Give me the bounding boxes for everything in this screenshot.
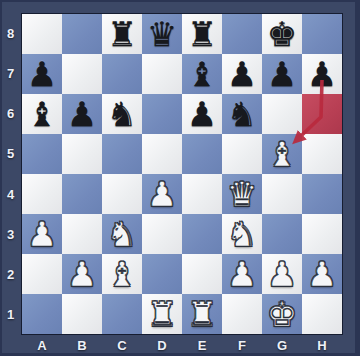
white-bishop[interactable]: ♝	[262, 134, 302, 174]
square-h7[interactable]: ♟	[302, 54, 342, 94]
square-g1[interactable]: ♚	[262, 294, 302, 334]
square-f7[interactable]: ♟	[222, 54, 262, 94]
black-pawn[interactable]: ♟	[262, 54, 302, 94]
square-a1[interactable]	[22, 294, 62, 334]
rank-label-5: 5	[0, 134, 21, 174]
square-b5[interactable]	[62, 134, 102, 174]
square-b8[interactable]	[62, 14, 102, 54]
square-g7[interactable]: ♟	[262, 54, 302, 94]
square-g4[interactable]	[262, 174, 302, 214]
white-knight[interactable]: ♞	[222, 214, 262, 254]
black-pawn[interactable]: ♟	[182, 94, 222, 134]
square-h8[interactable]	[302, 14, 342, 54]
square-h4[interactable]	[302, 174, 342, 214]
white-king[interactable]: ♚	[262, 294, 302, 334]
square-b2[interactable]: ♟	[62, 254, 102, 294]
square-c3[interactable]: ♞	[102, 214, 142, 254]
square-e6[interactable]: ♟	[182, 94, 222, 134]
square-g3[interactable]	[262, 214, 302, 254]
square-d3[interactable]	[142, 214, 182, 254]
square-d5[interactable]	[142, 134, 182, 174]
square-a6[interactable]: ♝	[22, 94, 62, 134]
square-a8[interactable]	[22, 14, 62, 54]
square-b4[interactable]	[62, 174, 102, 214]
black-rook[interactable]: ♜	[182, 14, 222, 54]
chess-board-app: 87654321 ABCDEFGH ♜♛♜♚♟♝♟♟♟♝♟♞♟♞♝♟♛♟♞♞♟♝…	[0, 0, 360, 356]
square-a2[interactable]	[22, 254, 62, 294]
square-b7[interactable]	[62, 54, 102, 94]
black-bishop[interactable]: ♝	[182, 54, 222, 94]
square-f4[interactable]: ♛	[222, 174, 262, 214]
square-e1[interactable]: ♜	[182, 294, 222, 334]
file-labels: ABCDEFGH	[22, 335, 342, 355]
black-bishop[interactable]: ♝	[22, 94, 62, 134]
file-label-a: A	[22, 335, 62, 355]
square-d8[interactable]: ♛	[142, 14, 182, 54]
square-b6[interactable]: ♟	[62, 94, 102, 134]
square-a3[interactable]: ♟	[22, 214, 62, 254]
white-pawn[interactable]: ♟	[142, 174, 182, 214]
black-pawn[interactable]: ♟	[302, 54, 342, 94]
square-f6[interactable]: ♞	[222, 94, 262, 134]
square-e4[interactable]	[182, 174, 222, 214]
file-label-f: F	[222, 335, 262, 355]
square-e2[interactable]	[182, 254, 222, 294]
square-c2[interactable]: ♝	[102, 254, 142, 294]
file-label-e: E	[182, 335, 222, 355]
black-rook[interactable]: ♜	[102, 14, 142, 54]
frame-edge-right	[355, 0, 360, 356]
square-a7[interactable]: ♟	[22, 54, 62, 94]
white-rook[interactable]: ♜	[142, 294, 182, 334]
square-a4[interactable]	[22, 174, 62, 214]
square-e8[interactable]: ♜	[182, 14, 222, 54]
black-pawn[interactable]: ♟	[222, 54, 262, 94]
square-c4[interactable]	[102, 174, 142, 214]
white-pawn[interactable]: ♟	[222, 254, 262, 294]
rank-label-4: 4	[0, 174, 21, 214]
square-c6[interactable]: ♞	[102, 94, 142, 134]
square-f2[interactable]: ♟	[222, 254, 262, 294]
square-f1[interactable]	[222, 294, 262, 334]
black-pawn[interactable]: ♟	[22, 54, 62, 94]
white-pawn[interactable]: ♟	[302, 254, 342, 294]
square-h5[interactable]	[302, 134, 342, 174]
black-knight[interactable]: ♞	[222, 94, 262, 134]
black-knight[interactable]: ♞	[102, 94, 142, 134]
square-g6[interactable]	[262, 94, 302, 134]
square-c1[interactable]	[102, 294, 142, 334]
white-knight[interactable]: ♞	[102, 214, 142, 254]
chess-board: ♜♛♜♚♟♝♟♟♟♝♟♞♟♞♝♟♛♟♞♞♟♝♟♟♟♜♜♚	[22, 14, 342, 334]
rank-labels: 87654321	[0, 13, 21, 335]
white-pawn[interactable]: ♟	[62, 254, 102, 294]
square-c8[interactable]: ♜	[102, 14, 142, 54]
white-queen[interactable]: ♛	[222, 174, 262, 214]
square-a5[interactable]	[22, 134, 62, 174]
square-d4[interactable]: ♟	[142, 174, 182, 214]
square-h3[interactable]	[302, 214, 342, 254]
rank-label-3: 3	[0, 214, 21, 254]
square-e7[interactable]: ♝	[182, 54, 222, 94]
square-e5[interactable]	[182, 134, 222, 174]
board-frame: ♜♛♜♚♟♝♟♟♟♝♟♞♟♞♝♟♛♟♞♞♟♝♟♟♟♜♜♚	[21, 13, 343, 335]
square-h1[interactable]	[302, 294, 342, 334]
black-pawn[interactable]: ♟	[62, 94, 102, 134]
square-e3[interactable]	[182, 214, 222, 254]
white-bishop[interactable]: ♝	[102, 254, 142, 294]
square-h6[interactable]	[302, 94, 342, 134]
square-c5[interactable]	[102, 134, 142, 174]
file-label-g: G	[262, 335, 302, 355]
black-king[interactable]: ♚	[262, 14, 302, 54]
square-g5[interactable]: ♝	[262, 134, 302, 174]
square-c7[interactable]	[102, 54, 142, 94]
white-rook[interactable]: ♜	[182, 294, 222, 334]
file-label-d: D	[142, 335, 182, 355]
square-d1[interactable]: ♜	[142, 294, 182, 334]
rank-label-6: 6	[0, 94, 21, 134]
square-h2[interactable]: ♟	[302, 254, 342, 294]
square-f8[interactable]	[222, 14, 262, 54]
square-b3[interactable]	[62, 214, 102, 254]
rank-label-2: 2	[0, 255, 21, 295]
square-d6[interactable]	[142, 94, 182, 134]
file-label-b: B	[62, 335, 102, 355]
square-b1[interactable]	[62, 294, 102, 334]
square-d7[interactable]	[142, 54, 182, 94]
black-queen[interactable]: ♛	[142, 14, 182, 54]
file-label-h: H	[302, 335, 342, 355]
square-g2[interactable]: ♟	[262, 254, 302, 294]
rank-label-1: 1	[0, 295, 21, 335]
white-pawn[interactable]: ♟	[22, 214, 62, 254]
rank-label-8: 8	[0, 13, 21, 53]
square-g8[interactable]: ♚	[262, 14, 302, 54]
square-f3[interactable]: ♞	[222, 214, 262, 254]
rank-label-7: 7	[0, 53, 21, 93]
white-pawn[interactable]: ♟	[262, 254, 302, 294]
square-f5[interactable]	[222, 134, 262, 174]
file-label-c: C	[102, 335, 142, 355]
square-d2[interactable]	[142, 254, 182, 294]
